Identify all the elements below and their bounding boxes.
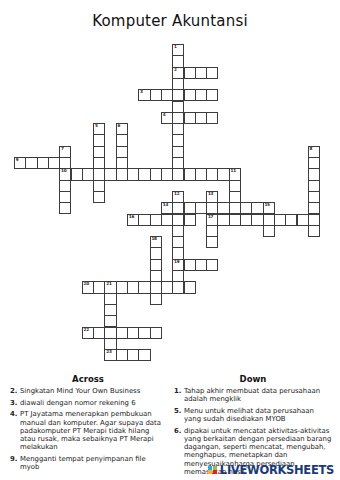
clue-item: 5.Menu untuk melihat data perusahaan yan… [174, 407, 332, 423]
clue-item-text: Mengganti tempat penyimpanan file myob [20, 455, 166, 471]
clue-number: 18 [151, 237, 156, 242]
clue-number: 5 [95, 124, 98, 129]
clue-number: 7 [61, 147, 64, 152]
crossword-cell[interactable] [59, 202, 71, 214]
crossword-cell[interactable] [206, 67, 218, 79]
clue-item: 2.Singkatan Mind Your Own Business [10, 387, 166, 395]
crossword-cell[interactable] [206, 236, 218, 248]
clue-number: 12 [174, 192, 179, 197]
clue-number: 11 [230, 169, 235, 174]
across-header: Across [10, 374, 166, 384]
clue-item-number: 5. [174, 407, 184, 415]
crossword-cell[interactable] [184, 281, 196, 293]
crossword-cell[interactable] [93, 191, 105, 203]
clue-item-number: 4. [10, 410, 20, 418]
clue-number: 6 [117, 124, 120, 129]
clue-number: 3 [140, 90, 143, 95]
crossword-cell[interactable] [263, 225, 275, 237]
crossword-cell[interactable] [184, 214, 196, 226]
clue-item-text: Menu untuk melihat data perusahaan yang … [184, 407, 332, 423]
clue-number: 23 [106, 350, 111, 355]
clue-item: 4.PT Jayatama menerapkan pembukuan manua… [10, 410, 166, 451]
crossword-cell[interactable] [206, 89, 218, 101]
clue-item-text: diawali dengan nomor rekening 6 [20, 399, 166, 407]
clue-number: 4 [163, 113, 166, 118]
clue-number: 21 [106, 282, 111, 287]
clue-item: 3.diawali dengan nomor rekening 6 [10, 399, 166, 407]
clue-number: 14 [163, 203, 168, 208]
brand-name: LIVEWORKSHEETS [220, 463, 334, 477]
clue-item-number: 1. [174, 387, 184, 395]
clue-number: 17 [208, 215, 213, 220]
clue-item-text: Tahap akhir membuat data perusahaan adal… [184, 387, 332, 403]
clue-number: 13 [208, 192, 213, 197]
clue-item-number: 3. [10, 399, 20, 407]
clue-number: 16 [129, 215, 134, 220]
clue-item-text: Singkatan Mind Your Own Business [20, 387, 166, 395]
clue-number: 9 [16, 158, 19, 163]
clue-number: 19 [174, 260, 179, 265]
clue-number: 15 [264, 203, 269, 208]
down-header: Down [174, 374, 332, 384]
clue-number: 20 [84, 282, 89, 287]
clue-number: 2 [174, 68, 177, 73]
worksheet-page: { "title": "Komputer Akuntansi", "game":… [0, 0, 340, 480]
clue-item: 9.Mengganti tempat penyimpanan file myob [10, 455, 166, 471]
crossword-grid: 1234567891011121314151617181920212223 [14, 44, 322, 362]
footer-brand[interactable]: LIVEWORKSHEETS [208, 463, 334, 477]
clue-item-number: 9. [10, 455, 20, 463]
clue-number: 1 [174, 45, 177, 50]
clue-item-number: 2. [10, 387, 20, 395]
clue-number: 22 [84, 328, 89, 333]
clue-number: 10 [61, 169, 66, 174]
crossword-cell[interactable] [138, 349, 150, 361]
across-clue-list: 2.Singkatan Mind Your Own Business3.diaw… [10, 387, 166, 471]
clue-item: 1.Tahap akhir membuat data perusahaan ad… [174, 387, 332, 403]
liveworksheets-logo-icon [208, 466, 217, 475]
page-title: Komputer Akuntansi [0, 12, 340, 30]
crossword-cell[interactable] [206, 112, 218, 124]
crossword-cell[interactable] [206, 259, 218, 271]
crossword-cell[interactable] [150, 293, 162, 305]
clue-item-text: PT Jayatama menerapkan pembukuan manual … [20, 410, 166, 451]
clue-item-number: 6. [174, 427, 184, 435]
clue-number: 8 [310, 147, 313, 152]
crossword-cell[interactable] [150, 327, 162, 339]
across-clues-column: Across 2.Singkatan Mind Your Own Busines… [10, 374, 166, 480]
crossword-cell[interactable] [308, 225, 320, 237]
